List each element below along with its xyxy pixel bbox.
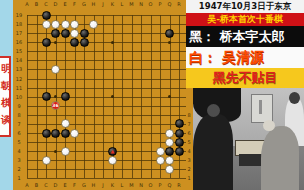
photo-standing-observer-head (289, 92, 300, 104)
grid-line-horizontal (27, 115, 186, 116)
info-panel: 1947年10月3日于东京 吴-桥本首次十番棋 黑： 桥本宇太郎 白： 吴清源 … (186, 0, 304, 88)
row-label-right: 5 (185, 139, 193, 145)
last-move-triangle-mark: ▲ (108, 149, 117, 154)
column-label-top: G (81, 1, 87, 7)
row-label-left: 1 (14, 175, 24, 181)
row-label-left: 12 (14, 76, 24, 82)
row-label-left: 18 (14, 21, 24, 27)
stone-black-C16 (42, 38, 51, 47)
photo-right-player-silhouette (261, 126, 299, 190)
row-label-left: 3 (14, 157, 24, 163)
event-bar: 吴-桥本首次十番棋 (186, 13, 304, 26)
stone-white-Q6 (165, 129, 174, 138)
stone-white-D18 (51, 20, 60, 29)
row-label-left: 17 (14, 30, 24, 36)
vertical-banner: 明朝棋谈 (0, 56, 11, 137)
white-label: 白： (189, 49, 217, 65)
grid-line-horizontal (27, 124, 186, 125)
row-label-left: 16 (14, 39, 24, 45)
black-player-name: 桥本宇太郎 (220, 29, 285, 44)
row-label-left: 10 (14, 94, 24, 100)
hoshi-point (111, 95, 114, 98)
hoshi-point (168, 95, 171, 98)
black-label: 黑： (189, 29, 215, 44)
row-label-left: 2 (14, 166, 24, 172)
rule-bar: 黑先不贴目 (186, 68, 304, 88)
stone-white-C18 (42, 20, 51, 29)
stone-white-P3 (156, 156, 165, 165)
column-label-top: A (24, 1, 30, 7)
stone-white-D13 (51, 65, 60, 74)
row-label-left: 13 (14, 66, 24, 72)
row-label-left: 19 (14, 12, 24, 18)
row-label-left: 11 (14, 85, 24, 91)
date-bar: 1947年10月3日于东京 (186, 0, 304, 13)
photo-hanging-scroll (251, 94, 273, 123)
stone-black-C6 (42, 129, 51, 138)
stone-white-F18 (70, 20, 79, 29)
row-label-right: 6 (185, 130, 193, 136)
row-label-right: 2 (185, 166, 193, 172)
row-label-right: 7 (185, 121, 193, 127)
grid-line-horizontal (27, 51, 186, 52)
column-label-bottom: L (119, 182, 125, 188)
grid-line-horizontal (27, 169, 186, 170)
photo-scroll-calligraphy (259, 100, 262, 114)
go-board: AABBCCDDEEFFGGHHJJKKLLMMNNOOPPQQRR191817… (13, 0, 193, 190)
column-label-bottom: R (176, 182, 182, 188)
grid-line-horizontal (27, 97, 186, 98)
column-label-bottom: E (62, 182, 68, 188)
column-label-top: F (72, 1, 78, 7)
row-label-left: 6 (14, 130, 24, 136)
column-label-top: K (110, 1, 116, 7)
stone-white-C3 (42, 156, 51, 165)
row-label-right: 3 (185, 157, 193, 163)
grid-line-horizontal (27, 79, 186, 80)
grid-line-horizontal (27, 178, 186, 179)
photo-right-player-head (263, 120, 275, 131)
grid-line-horizontal (27, 15, 186, 16)
banner-character: 明 (0, 64, 11, 74)
grid-line-horizontal (27, 42, 186, 43)
column-label-top: N (138, 1, 144, 7)
column-label-top: H (91, 1, 97, 7)
stone-black-D6 (51, 129, 60, 138)
hoshi-point (168, 41, 171, 44)
column-label-bottom: C (43, 182, 49, 188)
column-label-top: O (148, 1, 154, 7)
column-label-bottom: D (53, 182, 59, 188)
column-label-top: J (100, 1, 106, 7)
stone-black-C19 (42, 11, 51, 20)
stone-black-E6 (61, 129, 70, 138)
column-label-top: P (157, 1, 163, 7)
stone-white-Q5 (165, 138, 174, 147)
hoshi-point (54, 41, 57, 44)
column-label-bottom: N (138, 182, 144, 188)
column-label-bottom: P (157, 182, 163, 188)
hoshi-point (54, 150, 57, 153)
row-label-left: 7 (14, 121, 24, 127)
stone-white-E4 (61, 147, 70, 156)
column-label-bottom: J (100, 182, 106, 188)
row-label-left: 15 (14, 48, 24, 54)
stone-black-R4 (175, 147, 184, 156)
column-label-top: D (53, 1, 59, 7)
stone-black-G17 (80, 29, 89, 38)
column-label-bottom: O (148, 182, 154, 188)
banner-character: 朝 (0, 81, 11, 91)
column-label-top: L (119, 1, 125, 7)
row-label-left: 8 (14, 112, 24, 118)
grid-line-horizontal (27, 60, 186, 61)
column-label-top: C (43, 1, 49, 7)
stone-white-F6 (70, 129, 79, 138)
row-label-left: 5 (14, 139, 24, 145)
stone-black-R5 (175, 138, 184, 147)
stone-white-K3 (108, 156, 117, 165)
column-label-bottom: M (129, 182, 135, 188)
column-label-bottom: A (24, 182, 30, 188)
stone-white-F17 (70, 29, 79, 38)
stone-black-C10 (42, 92, 51, 101)
stone-black-R6 (175, 129, 184, 138)
row-label-left: 4 (14, 148, 24, 154)
row-label-right: 4 (185, 148, 193, 154)
banner-character: 棋 (0, 98, 11, 108)
column-label-bottom: G (81, 182, 87, 188)
banner-character: 谈 (0, 115, 11, 125)
stone-black-R7 (175, 119, 184, 128)
stone-black-Q17 (165, 29, 174, 38)
column-label-top: E (62, 1, 68, 7)
stone-white-Q3 (165, 156, 174, 165)
stone-white-H18 (89, 20, 98, 29)
column-label-bottom: F (72, 182, 78, 188)
column-label-top: M (129, 1, 135, 7)
photo-left-player-silhouette (193, 114, 233, 190)
column-label-bottom: K (110, 182, 116, 188)
stone-white-P4 (156, 147, 165, 156)
row-label-right: 1 (185, 175, 193, 181)
hoshi-point (111, 41, 114, 44)
stone-black-G16 (80, 38, 89, 47)
column-label-bottom: B (34, 182, 40, 188)
video-frame: 明朝棋谈 AABBCCDDEEFFGGHHJJKKLLMMNNOOPPQQRR1… (0, 0, 304, 190)
column-label-bottom: H (91, 182, 97, 188)
white-player-name: 吴清源 (222, 49, 264, 65)
grid-line-horizontal (27, 142, 186, 143)
column-label-top: B (34, 1, 40, 7)
stone-white-E18 (61, 20, 70, 29)
row-label-left: 14 (14, 57, 24, 63)
stone-white-Q2 (165, 165, 174, 174)
stone-black-D17 (51, 29, 60, 38)
photo-left-player-head (207, 104, 220, 117)
black-player-bar: 黑： 桥本宇太郎 (186, 26, 304, 47)
column-label-top: Q (167, 1, 173, 7)
stone-black-Q4 (165, 147, 174, 156)
stone-black-F16 (70, 38, 79, 47)
column-label-top: R (176, 1, 182, 7)
stone-black-E10 (61, 92, 70, 101)
white-player-bar: 白： 吴清源 (186, 47, 304, 68)
stone-black-E17 (61, 29, 70, 38)
hoshi-point (54, 95, 57, 98)
stone-white-E7 (61, 119, 70, 128)
grid-line-horizontal (27, 88, 186, 89)
row-label-right: 8 (185, 112, 193, 118)
row-label-left: 9 (14, 103, 24, 109)
players-photo (193, 88, 304, 190)
column-label-bottom: Q (167, 182, 173, 188)
